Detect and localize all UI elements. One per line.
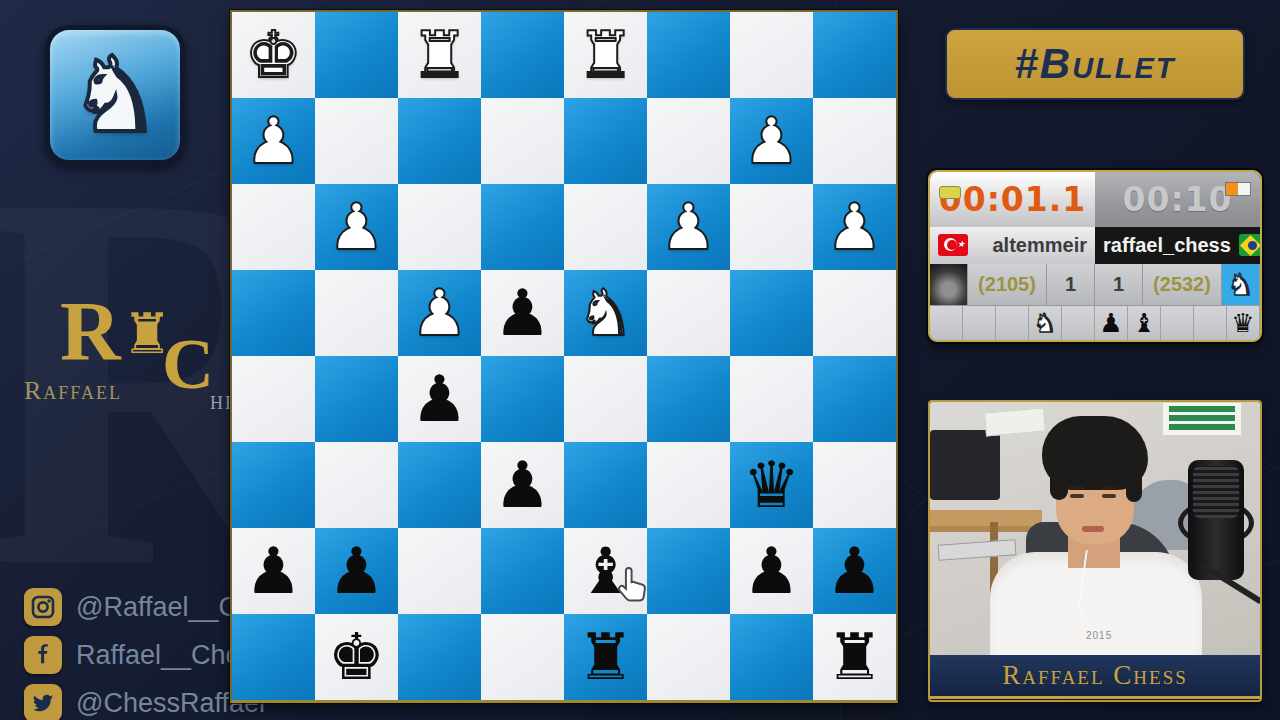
square-g7[interactable]: ♟ bbox=[315, 528, 398, 614]
raffael-chess-logo: R ♜ C Raffael hess bbox=[24, 290, 224, 420]
logo-monogram-r: R bbox=[60, 290, 121, 374]
streamer-eyebrow bbox=[1101, 486, 1118, 490]
square-f1[interactable]: ♜ bbox=[398, 12, 481, 98]
piece-bP-b7[interactable]: ♟ bbox=[743, 539, 800, 603]
square-c5[interactable] bbox=[647, 356, 730, 442]
captured-empty-cell bbox=[1161, 306, 1194, 340]
square-g4[interactable] bbox=[315, 270, 398, 356]
square-f4[interactable]: ♟ bbox=[398, 270, 481, 356]
background-printer bbox=[930, 430, 1000, 500]
webcam-panel: 2015 Raffael Chess bbox=[928, 400, 1262, 702]
square-h7[interactable]: ♟ bbox=[232, 528, 315, 614]
square-b2[interactable]: ♟ bbox=[730, 98, 813, 184]
captured-right-tray: ♟♝♛ bbox=[1095, 306, 1260, 340]
square-d8[interactable]: ♜ bbox=[564, 614, 647, 700]
game-clock-widget: 00:01.1 00:10 ★ altemmeir raffael_chess … bbox=[928, 170, 1262, 342]
piece-wN-d4[interactable]: ♞ bbox=[577, 281, 634, 345]
square-f7[interactable] bbox=[398, 528, 481, 614]
clock-white-half: 00:01.1 bbox=[930, 172, 1095, 227]
square-b6[interactable]: ♛ bbox=[730, 442, 813, 528]
stream-overlay: { "game": { "name": "chess", "variant_ta… bbox=[0, 0, 1280, 720]
background-keyboard bbox=[938, 539, 1017, 560]
square-c3[interactable]: ♟ bbox=[647, 184, 730, 270]
piece-wP-g3[interactable]: ♟ bbox=[328, 195, 385, 259]
square-a5[interactable] bbox=[813, 356, 896, 442]
square-e6[interactable]: ♟ bbox=[481, 442, 564, 528]
square-g2[interactable] bbox=[315, 98, 398, 184]
piece-bR-a8[interactable]: ♜ bbox=[826, 625, 883, 689]
black-player-cell: raffael_chess bbox=[1095, 227, 1260, 264]
clock-times-row: 00:01.1 00:10 bbox=[930, 172, 1260, 227]
clock-black-half: 00:10 bbox=[1095, 172, 1260, 227]
turkey-flag-icon: ★ bbox=[938, 234, 968, 256]
knight-icon: ♞ bbox=[68, 43, 161, 147]
captured-empty-cell bbox=[996, 306, 1029, 340]
square-b1[interactable] bbox=[730, 12, 813, 98]
webcam-video: 2015 bbox=[930, 402, 1260, 655]
square-b5[interactable] bbox=[730, 356, 813, 442]
white-player-cell: ★ altemmeir bbox=[930, 227, 1095, 264]
square-a7[interactable]: ♟ bbox=[813, 528, 896, 614]
square-a8[interactable]: ♜ bbox=[813, 614, 896, 700]
captured-bQ: ♛ bbox=[1227, 306, 1260, 340]
square-c8[interactable] bbox=[647, 614, 730, 700]
logo-monogram-c: C bbox=[162, 328, 214, 400]
square-d3[interactable] bbox=[564, 184, 647, 270]
square-e3[interactable] bbox=[481, 184, 564, 270]
square-h8[interactable] bbox=[232, 614, 315, 700]
piece-wR-d1[interactable]: ♜ bbox=[577, 23, 634, 87]
ratings-row: (2105) 1 1 (2532) ♞ bbox=[930, 264, 1260, 305]
captured-empty-cell bbox=[1062, 306, 1095, 340]
square-c4[interactable] bbox=[647, 270, 730, 356]
piece-wP-h2[interactable]: ♟ bbox=[245, 109, 302, 173]
piece-bP-e6[interactable]: ♟ bbox=[494, 453, 551, 517]
square-c2[interactable] bbox=[647, 98, 730, 184]
black-turn-indicator bbox=[1225, 182, 1251, 196]
square-a6[interactable] bbox=[813, 442, 896, 528]
square-h5[interactable] bbox=[232, 356, 315, 442]
piece-bP-e4[interactable]: ♟ bbox=[494, 281, 551, 345]
piece-bR-d8[interactable]: ♜ bbox=[577, 625, 634, 689]
square-c1[interactable] bbox=[647, 12, 730, 98]
square-g1[interactable] bbox=[315, 12, 398, 98]
captured-empty-cell bbox=[930, 306, 963, 340]
square-h1[interactable]: ♚ bbox=[232, 12, 315, 98]
square-a2[interactable] bbox=[813, 98, 896, 184]
white-player-rating: (2105) bbox=[968, 264, 1047, 305]
piece-bP-g7[interactable]: ♟ bbox=[328, 539, 385, 603]
square-f8[interactable] bbox=[398, 614, 481, 700]
captured-wN: ♞ bbox=[1029, 306, 1062, 340]
square-e7[interactable] bbox=[481, 528, 564, 614]
square-f5[interactable]: ♟ bbox=[398, 356, 481, 442]
square-h6[interactable] bbox=[232, 442, 315, 528]
black-time: 00:10 bbox=[1122, 180, 1232, 219]
webcam-caption-bar: Raffael Chess bbox=[930, 655, 1260, 699]
square-c7[interactable] bbox=[647, 528, 730, 614]
square-g3[interactable]: ♟ bbox=[315, 184, 398, 270]
black-player-avatar: ♞ bbox=[1222, 264, 1260, 305]
logo-word-raffael: Raffael bbox=[24, 376, 122, 406]
piece-wP-a3[interactable]: ♟ bbox=[826, 195, 883, 259]
square-d1[interactable]: ♜ bbox=[564, 12, 647, 98]
square-f3[interactable] bbox=[398, 184, 481, 270]
square-e1[interactable] bbox=[481, 12, 564, 98]
background-paper bbox=[984, 407, 1046, 436]
square-g6[interactable] bbox=[315, 442, 398, 528]
white-player-avatar bbox=[930, 264, 968, 305]
square-d2[interactable] bbox=[564, 98, 647, 184]
square-a1[interactable] bbox=[813, 12, 896, 98]
hand-cursor-icon bbox=[616, 565, 650, 605]
square-h2[interactable]: ♟ bbox=[232, 98, 315, 184]
square-d5[interactable] bbox=[564, 356, 647, 442]
square-f2[interactable] bbox=[398, 98, 481, 184]
streamer-eye bbox=[1070, 494, 1084, 498]
bullet-banner-label: #Bullet bbox=[1014, 40, 1175, 88]
instagram-icon bbox=[24, 588, 62, 626]
chess-app-icon: ♞ bbox=[45, 25, 185, 165]
square-e8[interactable] bbox=[481, 614, 564, 700]
captured-pieces-row: ♞ ♟♝♛ bbox=[930, 305, 1260, 340]
piece-wP-b2[interactable]: ♟ bbox=[743, 109, 800, 173]
black-player-rating: (2532) bbox=[1143, 264, 1222, 305]
chess-board: ♚♜♜♟♟♟♟♟♟♟♞♟♟♛♟♟♝♟♟♚♜♜ bbox=[230, 10, 898, 703]
captured-empty-cell bbox=[1194, 306, 1227, 340]
captured-bB: ♝ bbox=[1128, 306, 1161, 340]
square-e4[interactable]: ♟ bbox=[481, 270, 564, 356]
square-d6[interactable] bbox=[564, 442, 647, 528]
square-e5[interactable] bbox=[481, 356, 564, 442]
piece-bP-f5[interactable]: ♟ bbox=[411, 367, 468, 431]
square-h3[interactable] bbox=[232, 184, 315, 270]
streamer-eyebrow bbox=[1068, 486, 1085, 490]
black-player-score: 1 bbox=[1095, 264, 1143, 305]
piece-bK-g8[interactable]: ♚ bbox=[328, 625, 385, 689]
square-b4[interactable] bbox=[730, 270, 813, 356]
white-time: 00:01.1 bbox=[939, 180, 1087, 219]
webcam-caption: Raffael Chess bbox=[1002, 660, 1188, 691]
player-names-row: ★ altemmeir raffael_chess bbox=[930, 227, 1260, 264]
twitter-icon bbox=[24, 684, 62, 720]
captured-left-tray: ♞ bbox=[930, 306, 1095, 340]
square-h4[interactable] bbox=[232, 270, 315, 356]
white-turn-indicator bbox=[939, 186, 961, 199]
piece-bP-h7[interactable]: ♟ bbox=[245, 539, 302, 603]
microphone-icon bbox=[1188, 460, 1244, 580]
captured-empty-cell bbox=[963, 306, 996, 340]
background-calendar bbox=[1162, 402, 1242, 436]
white-player-name: altemmeir bbox=[993, 234, 1088, 257]
square-a3[interactable]: ♟ bbox=[813, 184, 896, 270]
piece-wR-f1[interactable]: ♜ bbox=[411, 23, 468, 87]
square-g5[interactable] bbox=[315, 356, 398, 442]
streamer-mouth bbox=[1082, 526, 1104, 532]
square-d4[interactable]: ♞ bbox=[564, 270, 647, 356]
square-e2[interactable] bbox=[481, 98, 564, 184]
black-player-name: raffael_chess bbox=[1103, 234, 1231, 257]
piece-bQ-b6[interactable]: ♛ bbox=[743, 453, 800, 517]
square-b8[interactable] bbox=[730, 614, 813, 700]
square-b3[interactable] bbox=[730, 184, 813, 270]
facebook-icon bbox=[24, 636, 62, 674]
piece-bP-a7[interactable]: ♟ bbox=[826, 539, 883, 603]
brazil-flag-icon bbox=[1239, 234, 1262, 256]
piece-wK-h1[interactable]: ♚ bbox=[245, 23, 302, 87]
square-f6[interactable] bbox=[398, 442, 481, 528]
square-b7[interactable]: ♟ bbox=[730, 528, 813, 614]
piece-wP-c3[interactable]: ♟ bbox=[660, 195, 717, 259]
board-grid: ♚♜♜♟♟♟♟♟♟♟♞♟♟♛♟♟♝♟♟♚♜♜ bbox=[232, 12, 896, 700]
square-g8[interactable]: ♚ bbox=[315, 614, 398, 700]
streamer-hair bbox=[1042, 416, 1148, 490]
background-desk bbox=[930, 510, 1042, 526]
streamer-eye bbox=[1102, 494, 1116, 498]
square-c6[interactable] bbox=[647, 442, 730, 528]
square-a4[interactable] bbox=[813, 270, 896, 356]
bullet-banner: #Bullet bbox=[945, 28, 1245, 100]
captured-bP: ♟ bbox=[1095, 306, 1128, 340]
white-player-score: 1 bbox=[1047, 264, 1095, 305]
piece-wP-f4[interactable]: ♟ bbox=[411, 281, 468, 345]
